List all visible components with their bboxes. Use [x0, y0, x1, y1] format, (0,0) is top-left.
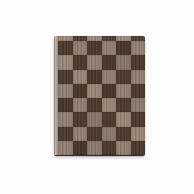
board-square [131, 127, 146, 141]
board-square [102, 55, 117, 69]
board-square [73, 98, 88, 112]
board-square [102, 41, 117, 55]
board-square [131, 55, 146, 69]
board-square [116, 112, 131, 126]
board-square [116, 70, 131, 84]
board-square [116, 127, 131, 141]
board-square [73, 112, 88, 126]
board-square [116, 41, 131, 55]
board-square [87, 70, 102, 84]
board-square [87, 55, 102, 69]
board-ground-shadow [52, 153, 147, 158]
board-square [73, 41, 88, 55]
board-square [131, 98, 146, 112]
board-square [102, 112, 117, 126]
board-square [58, 41, 73, 55]
board-square [116, 55, 131, 69]
board-square [73, 127, 88, 141]
board-square [58, 55, 73, 69]
board-square [87, 127, 102, 141]
board-square [87, 84, 102, 98]
board-square [87, 98, 102, 112]
board-square [58, 98, 73, 112]
board-square [116, 84, 131, 98]
board-square [131, 112, 146, 126]
board-square [73, 70, 88, 84]
board-square [58, 127, 73, 141]
folded-chessboard [54, 36, 145, 156]
board-square [102, 70, 117, 84]
board-square [87, 112, 102, 126]
board-square [58, 112, 73, 126]
board-square [58, 70, 73, 84]
board-square [102, 98, 117, 112]
board-square [87, 41, 102, 55]
board-square [116, 98, 131, 112]
board-square [73, 55, 88, 69]
board-square [131, 70, 146, 84]
board-square [58, 84, 73, 98]
board-square [102, 84, 117, 98]
checkerboard-face [58, 41, 145, 155]
board-square [131, 84, 146, 98]
product-photo-scene [0, 0, 194, 194]
board-square [131, 41, 146, 55]
board-square [102, 127, 117, 141]
board-square [73, 84, 88, 98]
